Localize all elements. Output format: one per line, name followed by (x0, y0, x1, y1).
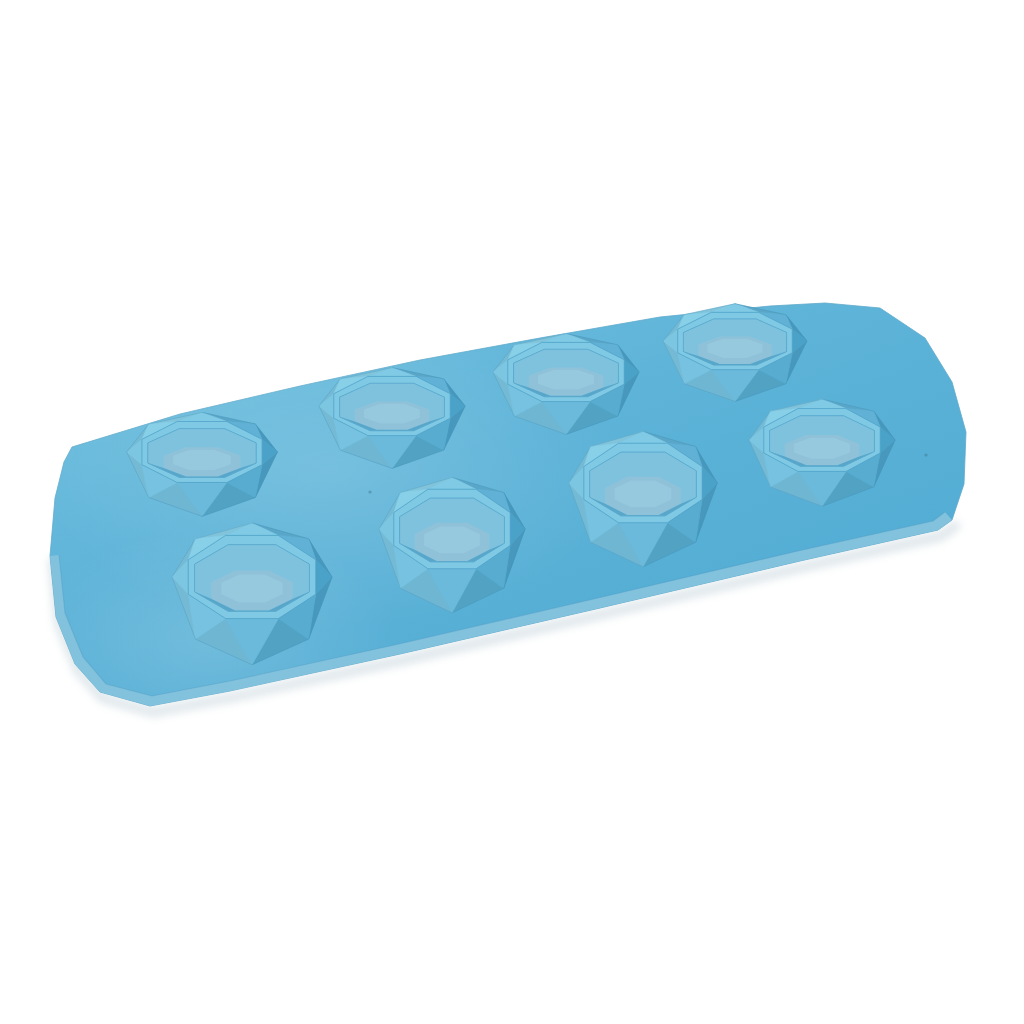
gem-floor-highlight (538, 370, 594, 390)
gem-floor-highlight (615, 481, 672, 508)
product-photo (0, 0, 1024, 1024)
gem-floor-highlight (221, 575, 282, 603)
gem-floor-highlight (424, 527, 480, 554)
mold-tray-image (0, 0, 1024, 1024)
gem-floor-highlight (173, 450, 231, 470)
gem-floor-highlight (364, 404, 420, 424)
dust-speck (368, 490, 371, 493)
gem-floor-highlight (794, 438, 850, 459)
dust-speck (924, 453, 927, 456)
gem-floor-highlight (708, 339, 763, 358)
